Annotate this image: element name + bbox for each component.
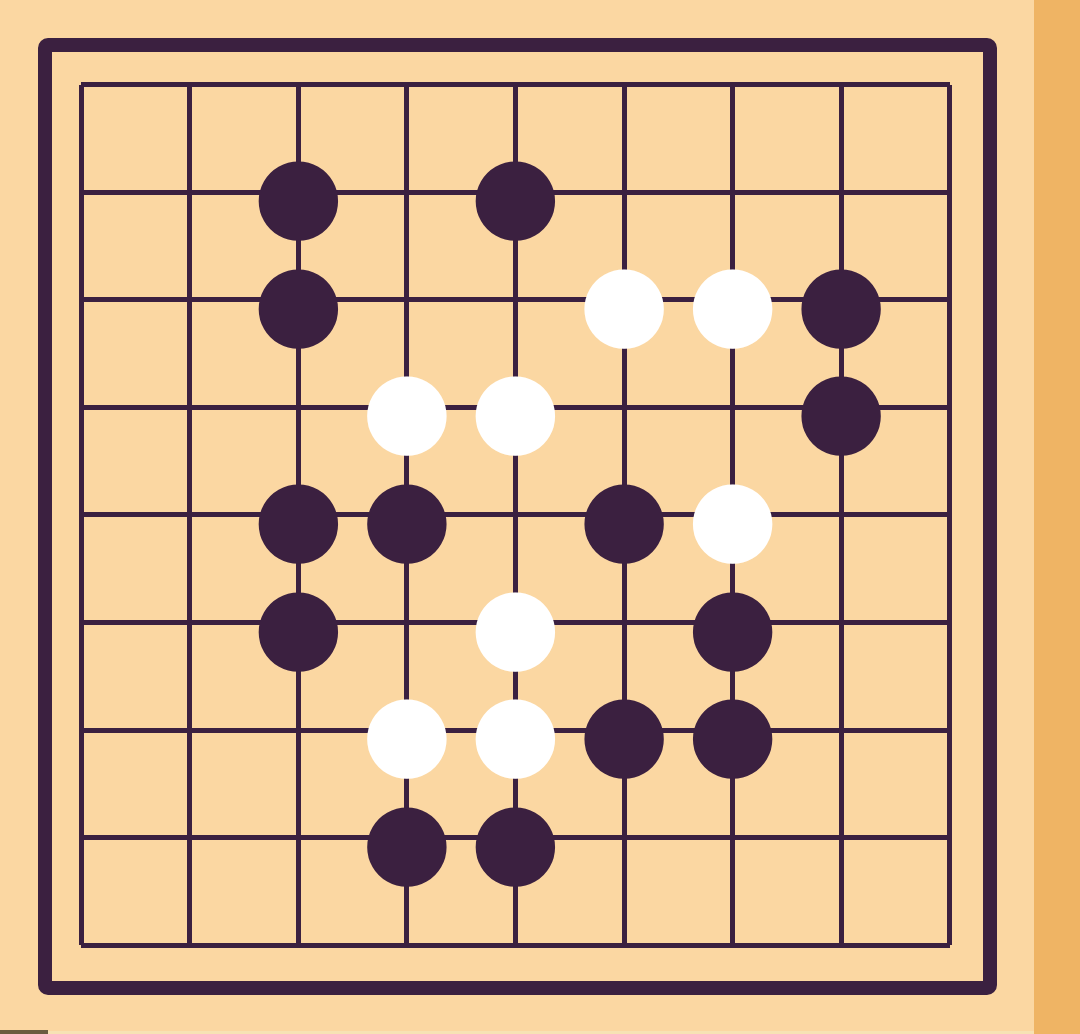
grid-line-horizontal bbox=[895, 297, 949, 302]
grid-line-vertical bbox=[296, 85, 301, 139]
grid-line-vertical bbox=[947, 354, 952, 462]
grid-line-vertical bbox=[839, 784, 844, 892]
grid-line-vertical bbox=[839, 85, 844, 139]
intersection-f2[interactable] bbox=[570, 139, 679, 247]
grid-line-vertical bbox=[187, 569, 192, 677]
intersection-b6[interactable] bbox=[136, 569, 245, 677]
grid-line-vertical bbox=[404, 85, 409, 139]
grid-line-vertical bbox=[187, 891, 192, 945]
intersection-c8[interactable] bbox=[244, 784, 353, 892]
grid-line-vertical bbox=[404, 139, 409, 247]
grid-line-vertical bbox=[730, 354, 735, 462]
grid-line-vertical bbox=[79, 246, 84, 354]
grid-line-vertical bbox=[296, 784, 301, 892]
intersection-e9[interactable] bbox=[461, 891, 570, 999]
intersection-g7[interactable]: ● bbox=[678, 676, 787, 784]
grid-line-vertical bbox=[404, 676, 409, 784]
grid-line-vertical bbox=[839, 139, 844, 247]
intersection-e7[interactable]: ● bbox=[461, 676, 570, 784]
grid-line-vertical bbox=[79, 354, 84, 462]
intersection-h6[interactable] bbox=[787, 569, 896, 677]
grid-line-vertical bbox=[947, 85, 952, 139]
grid-line-vertical bbox=[622, 676, 627, 784]
intersection-g4[interactable] bbox=[678, 354, 787, 462]
grid-line-vertical bbox=[296, 139, 301, 247]
grid-line-vertical bbox=[730, 891, 735, 945]
grid-line-vertical bbox=[730, 461, 735, 569]
intersection-b3[interactable] bbox=[136, 246, 245, 354]
intersection-i4[interactable] bbox=[895, 354, 1004, 462]
grid-line-vertical bbox=[404, 569, 409, 677]
grid-line-vertical bbox=[513, 676, 518, 784]
grid-line-vertical bbox=[187, 139, 192, 247]
grid-line-vertical bbox=[187, 461, 192, 569]
grid-line-horizontal bbox=[895, 620, 949, 625]
grid-line-vertical bbox=[187, 354, 192, 462]
grid-line-horizontal bbox=[81, 620, 135, 625]
grid-line-vertical bbox=[622, 354, 627, 462]
intersection-e1[interactable] bbox=[461, 31, 570, 139]
intersection-d5[interactable]: ● bbox=[353, 461, 462, 569]
grid-line-vertical bbox=[622, 784, 627, 892]
bottom-edge-bar bbox=[0, 1030, 48, 1034]
intersection-d1[interactable] bbox=[353, 31, 462, 139]
intersection-g8[interactable] bbox=[678, 784, 787, 892]
grid-line-vertical bbox=[622, 461, 627, 569]
grid-line-vertical bbox=[839, 676, 844, 784]
intersection-c5[interactable]: ● bbox=[244, 461, 353, 569]
grid-line-vertical bbox=[622, 569, 627, 677]
intersection-f1[interactable] bbox=[570, 31, 679, 139]
grid-line-vertical bbox=[404, 891, 409, 945]
intersection-h1[interactable] bbox=[787, 31, 896, 139]
grid-line-horizontal bbox=[81, 728, 135, 733]
grid-line-vertical bbox=[730, 246, 735, 354]
intersection-f5[interactable]: ● bbox=[570, 461, 679, 569]
grid-line-horizontal bbox=[81, 943, 135, 948]
grid-line-vertical bbox=[947, 676, 952, 784]
grid-line-vertical bbox=[79, 676, 84, 784]
grid-line-vertical bbox=[513, 246, 518, 354]
intersection-d9[interactable] bbox=[353, 891, 462, 999]
intersection-e2[interactable]: ● bbox=[461, 139, 570, 247]
grid-line-horizontal bbox=[895, 728, 949, 733]
table-edge-strip bbox=[1034, 0, 1080, 1034]
go-board-illustration: ●●●●●●●●●●●●●●●●●●●●●● bbox=[0, 0, 1080, 1034]
grid-line-vertical bbox=[296, 569, 301, 677]
intersection-g9[interactable] bbox=[678, 891, 787, 999]
intersection-a6[interactable] bbox=[27, 569, 136, 677]
intersection-f9[interactable] bbox=[570, 891, 679, 999]
grid-line-vertical bbox=[513, 461, 518, 569]
intersection-h2[interactable] bbox=[787, 139, 896, 247]
intersection-d6[interactable] bbox=[353, 569, 462, 677]
intersection-c3[interactable]: ● bbox=[244, 246, 353, 354]
grid-line-vertical bbox=[947, 569, 952, 677]
intersection-f4[interactable] bbox=[570, 354, 679, 462]
intersection-a2[interactable] bbox=[27, 139, 136, 247]
grid-line-vertical bbox=[296, 246, 301, 354]
grid-line-vertical bbox=[839, 569, 844, 677]
grid-line-horizontal bbox=[895, 512, 949, 517]
intersection-i5[interactable] bbox=[895, 461, 1004, 569]
intersection-c2[interactable]: ● bbox=[244, 139, 353, 247]
intersection-b7[interactable] bbox=[136, 676, 245, 784]
grid-line-vertical bbox=[79, 139, 84, 247]
intersection-a1[interactable] bbox=[27, 31, 136, 139]
intersection-h4[interactable]: ● bbox=[787, 354, 896, 462]
intersection-c4[interactable] bbox=[244, 354, 353, 462]
grid-line-vertical bbox=[296, 676, 301, 784]
grid-line-vertical bbox=[296, 461, 301, 569]
grid-line-vertical bbox=[947, 246, 952, 354]
intersection-e5[interactable] bbox=[461, 461, 570, 569]
intersection-f6[interactable] bbox=[570, 569, 679, 677]
intersection-f3[interactable]: ● bbox=[570, 246, 679, 354]
grid-line-vertical bbox=[622, 139, 627, 247]
intersection-b5[interactable] bbox=[136, 461, 245, 569]
grid-line-vertical bbox=[187, 246, 192, 354]
grid-line-vertical bbox=[187, 85, 192, 139]
intersection-a5[interactable] bbox=[27, 461, 136, 569]
grid-line-horizontal bbox=[895, 190, 949, 195]
grid-line-vertical bbox=[296, 354, 301, 462]
intersection-a4[interactable] bbox=[27, 354, 136, 462]
grid-line-vertical bbox=[730, 676, 735, 784]
intersection-i9[interactable] bbox=[895, 891, 1004, 999]
grid-line-horizontal bbox=[81, 82, 135, 87]
grid-line-vertical bbox=[79, 891, 84, 945]
intersection-h8[interactable] bbox=[787, 784, 896, 892]
grid-line-vertical bbox=[187, 784, 192, 892]
grid-line-vertical bbox=[513, 85, 518, 139]
intersection-i3[interactable] bbox=[895, 246, 1004, 354]
intersection-g1[interactable] bbox=[678, 31, 787, 139]
grid-line-horizontal bbox=[895, 943, 949, 948]
grid-line-vertical bbox=[839, 891, 844, 945]
intersection-g5[interactable]: ● bbox=[678, 461, 787, 569]
grid-line-vertical bbox=[730, 784, 735, 892]
grid-line-vertical bbox=[730, 569, 735, 677]
grid-line-vertical bbox=[513, 569, 518, 677]
grid-line-vertical bbox=[513, 784, 518, 892]
intersection-b4[interactable] bbox=[136, 354, 245, 462]
grid-line-vertical bbox=[187, 676, 192, 784]
intersection-c6[interactable]: ● bbox=[244, 569, 353, 677]
intersection-a3[interactable] bbox=[27, 246, 136, 354]
intersection-a8[interactable] bbox=[27, 784, 136, 892]
grid-line-vertical bbox=[839, 246, 844, 354]
grid-line-vertical bbox=[622, 891, 627, 945]
grid-line-vertical bbox=[79, 85, 84, 139]
intersection-f8[interactable] bbox=[570, 784, 679, 892]
grid-line-vertical bbox=[404, 354, 409, 462]
intersection-f7[interactable]: ● bbox=[570, 676, 679, 784]
intersection-i6[interactable] bbox=[895, 569, 1004, 677]
grid-line-vertical bbox=[404, 784, 409, 892]
grid-line-vertical bbox=[79, 569, 84, 677]
go-board-grid[interactable]: ●●●●●●●●●●●●●●●●●●●●●● bbox=[27, 31, 1004, 999]
grid-line-vertical bbox=[730, 85, 735, 139]
intersection-a9[interactable] bbox=[27, 891, 136, 999]
grid-line-horizontal bbox=[81, 297, 135, 302]
grid-line-vertical bbox=[947, 891, 952, 945]
grid-line-vertical bbox=[513, 354, 518, 462]
grid-line-vertical bbox=[839, 461, 844, 569]
grid-line-vertical bbox=[296, 891, 301, 945]
grid-line-horizontal bbox=[81, 835, 135, 840]
intersection-b9[interactable] bbox=[136, 891, 245, 999]
intersection-d7[interactable]: ● bbox=[353, 676, 462, 784]
intersection-h9[interactable] bbox=[787, 891, 896, 999]
intersection-c7[interactable] bbox=[244, 676, 353, 784]
intersection-d3[interactable] bbox=[353, 246, 462, 354]
intersection-d2[interactable] bbox=[353, 139, 462, 247]
intersection-g3[interactable]: ● bbox=[678, 246, 787, 354]
intersection-i7[interactable] bbox=[895, 676, 1004, 784]
grid-line-vertical bbox=[404, 246, 409, 354]
grid-line-vertical bbox=[622, 85, 627, 139]
grid-line-vertical bbox=[947, 139, 952, 247]
intersection-b2[interactable] bbox=[136, 139, 245, 247]
grid-line-horizontal bbox=[895, 405, 949, 410]
intersection-d8[interactable]: ● bbox=[353, 784, 462, 892]
intersection-h3[interactable]: ● bbox=[787, 246, 896, 354]
grid-line-vertical bbox=[947, 461, 952, 569]
intersection-g2[interactable] bbox=[678, 139, 787, 247]
intersection-e6[interactable]: ● bbox=[461, 569, 570, 677]
intersection-e3[interactable] bbox=[461, 246, 570, 354]
grid-line-vertical bbox=[513, 139, 518, 247]
grid-line-vertical bbox=[404, 461, 409, 569]
intersection-e8[interactable]: ● bbox=[461, 784, 570, 892]
grid-line-horizontal bbox=[81, 512, 135, 517]
intersection-c1[interactable] bbox=[244, 31, 353, 139]
intersection-b1[interactable] bbox=[136, 31, 245, 139]
grid-line-vertical bbox=[947, 784, 952, 892]
grid-line-vertical bbox=[513, 891, 518, 945]
intersection-e4[interactable]: ● bbox=[461, 354, 570, 462]
grid-line-horizontal bbox=[81, 190, 135, 195]
intersection-c9[interactable] bbox=[244, 891, 353, 999]
grid-line-vertical bbox=[79, 461, 84, 569]
grid-line-vertical bbox=[622, 246, 627, 354]
intersection-i8[interactable] bbox=[895, 784, 1004, 892]
intersection-i1[interactable] bbox=[895, 31, 1004, 139]
grid-line-vertical bbox=[730, 139, 735, 247]
intersection-a7[interactable] bbox=[27, 676, 136, 784]
grid-line-vertical bbox=[839, 354, 844, 462]
intersection-b8[interactable] bbox=[136, 784, 245, 892]
intersection-h5[interactable] bbox=[787, 461, 896, 569]
grid-line-horizontal bbox=[895, 82, 949, 87]
grid-line-horizontal bbox=[81, 405, 135, 410]
intersection-h7[interactable] bbox=[787, 676, 896, 784]
grid-line-vertical bbox=[79, 784, 84, 892]
intersection-g6[interactable]: ● bbox=[678, 569, 787, 677]
grid-line-horizontal bbox=[895, 835, 949, 840]
intersection-d4[interactable]: ● bbox=[353, 354, 462, 462]
intersection-i2[interactable] bbox=[895, 139, 1004, 247]
